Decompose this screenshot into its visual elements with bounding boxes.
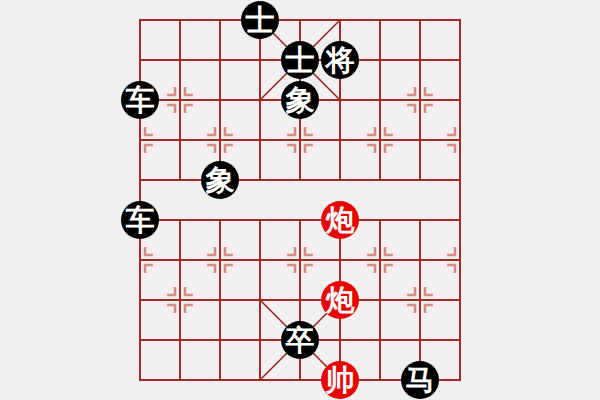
piece-black-horse[interactable]: 马 — [401, 361, 439, 399]
piece-black-elephant[interactable]: 象 — [201, 161, 239, 199]
piece-black-advisor[interactable]: 士 — [281, 41, 319, 79]
piece-black-soldier[interactable]: 卒 — [281, 321, 319, 359]
piece-black-elephant[interactable]: 象 — [281, 81, 319, 119]
piece-black-general[interactable]: 将 — [321, 41, 359, 79]
piece-black-advisor[interactable]: 士 — [241, 1, 279, 39]
piece-red-cannon[interactable]: 炮 — [321, 201, 359, 239]
piece-red-general[interactable]: 帅 — [321, 361, 359, 399]
xiangqi-app: 士士将车象象车炮炮卒帅马 — [0, 0, 600, 400]
piece-black-chariot[interactable]: 车 — [121, 201, 159, 239]
pieces-layer: 士士将车象象车炮炮卒帅马 — [0, 0, 600, 400]
piece-red-cannon[interactable]: 炮 — [321, 281, 359, 319]
piece-black-chariot[interactable]: 车 — [121, 81, 159, 119]
